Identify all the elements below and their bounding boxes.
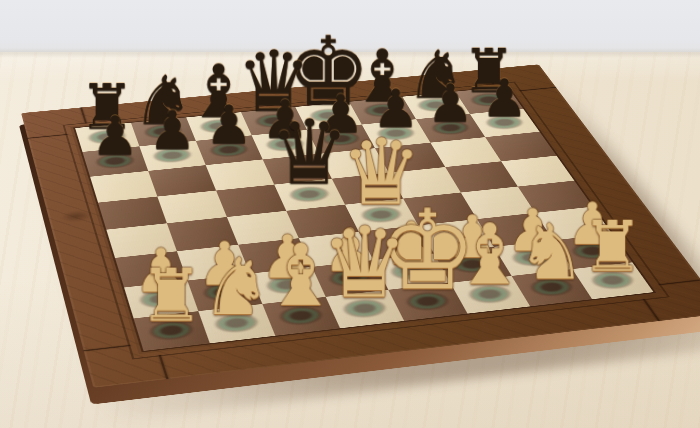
frame-groove [84,345,131,351]
frame-groove [80,107,87,123]
frame-groove [28,134,68,139]
white-rook-glyph: ♜ [105,263,237,330]
frame-groove [643,299,660,321]
brand-stamp [60,209,93,223]
frame-groove [519,87,556,91]
frame-groove [159,355,169,379]
product-photo-chess-set: { "game": "chess", "scene_title": "Persp… [0,0,700,428]
frame-groove [659,279,700,285]
frame-groove [482,69,494,84]
